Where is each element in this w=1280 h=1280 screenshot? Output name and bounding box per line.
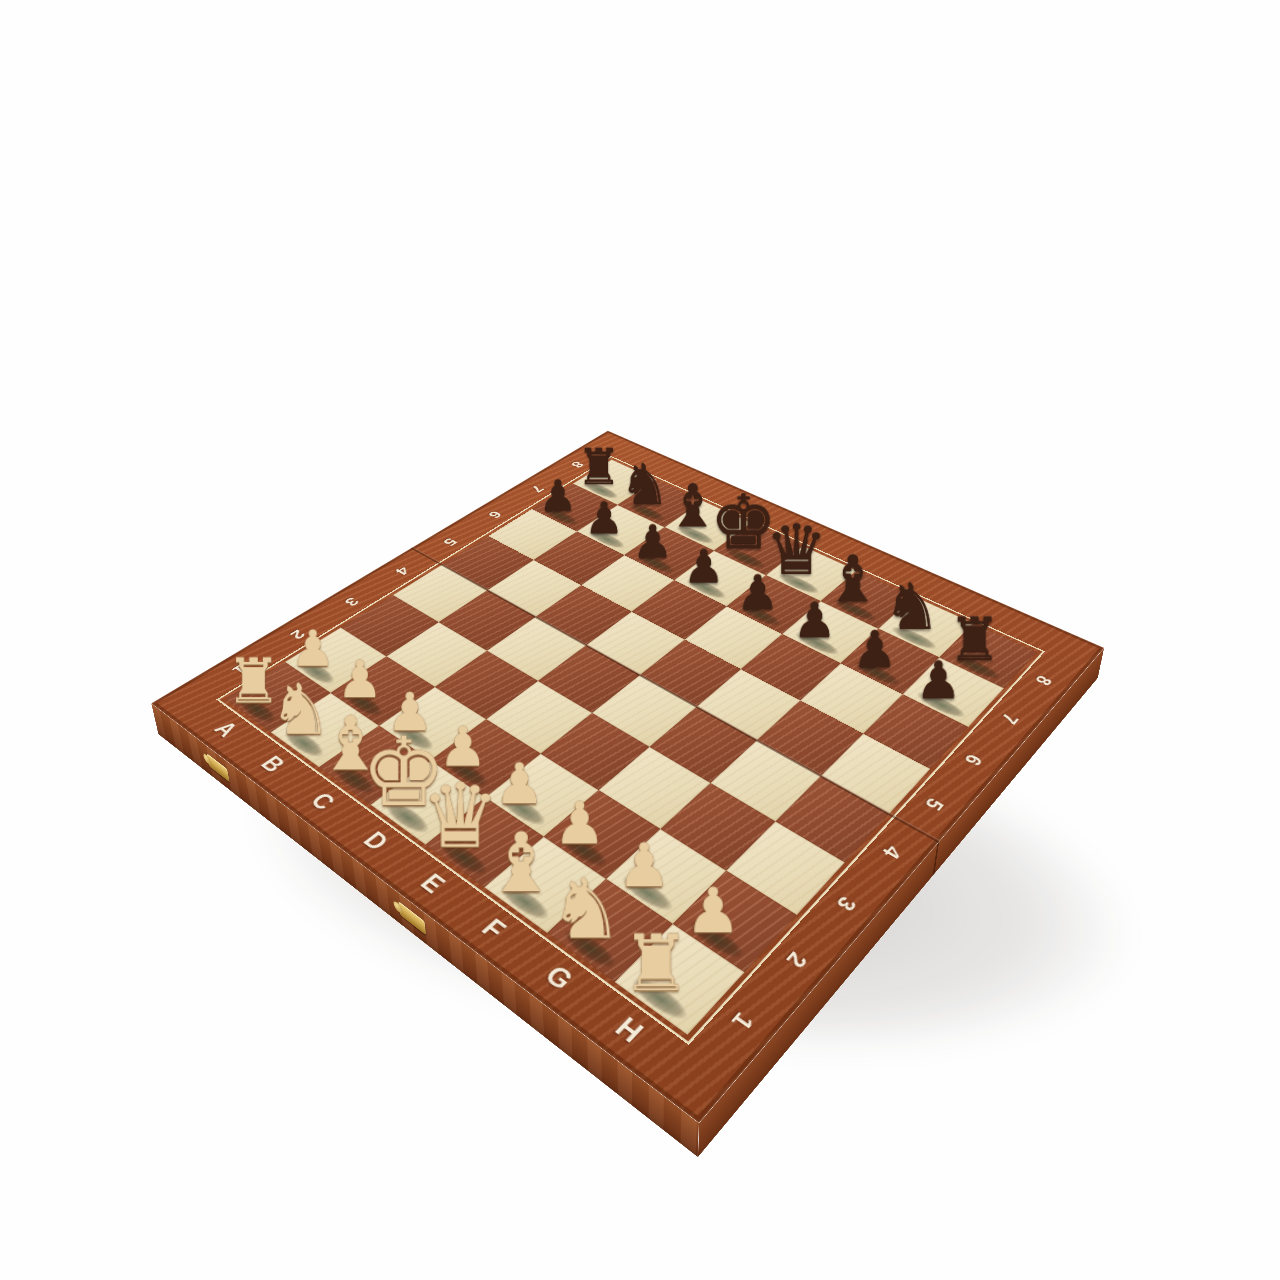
white-pawn[interactable]: ♟ — [617, 836, 671, 896]
white-pawn[interactable]: ♟ — [337, 654, 383, 705]
black-pawn[interactable]: ♟ — [916, 655, 962, 706]
white-rook[interactable]: ♜ — [621, 924, 691, 1002]
white-pawn[interactable]: ♟ — [494, 756, 545, 812]
black-pawn[interactable]: ♟ — [585, 497, 624, 541]
black-pawn[interactable]: ♟ — [683, 544, 724, 590]
black-pawn[interactable]: ♟ — [633, 520, 673, 565]
black-pawn[interactable]: ♟ — [853, 625, 898, 675]
white-knight[interactable]: ♞ — [549, 868, 623, 951]
product-photo-stage: ABCDEFGH 12345678 12345678 ♜♞♝♚♛♝♞♜♟♟♟♟♟… — [0, 0, 1280, 1280]
board-scene: ABCDEFGH 12345678 12345678 ♜♞♝♚♛♝♞♜♟♟♟♟♟… — [0, 0, 1280, 1280]
white-bishop[interactable]: ♝ — [484, 822, 558, 905]
white-pawn[interactable]: ♟ — [685, 880, 741, 942]
black-knight[interactable]: ♞ — [620, 457, 670, 513]
white-pawn[interactable]: ♟ — [554, 794, 606, 852]
chess-board: ABCDEFGH 12345678 12345678 ♜♞♝♚♛♝♞♜♟♟♟♟♟… — [151, 431, 1104, 1124]
black-pawn[interactable]: ♟ — [793, 597, 837, 646]
black-pawn[interactable]: ♟ — [737, 570, 779, 617]
